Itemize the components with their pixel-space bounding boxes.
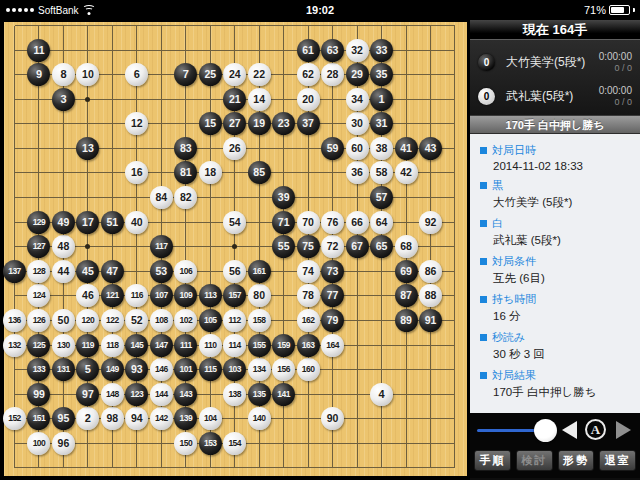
stone-white-110: 110 [199,334,222,357]
info-item-result: 対局結果 170手 白中押し勝ち [480,368,634,400]
stone-white-148: 148 [101,383,124,406]
stone-black-125: 125 [27,334,50,357]
stone-white-94: 94 [125,407,148,430]
stone-black-111: 111 [174,334,197,357]
stone-white-64: 64 [370,211,393,234]
stone-black-101: 101 [174,358,197,381]
stone-white-2: 2 [76,407,99,430]
stone-black-99: 99 [27,383,50,406]
star-point [85,97,90,102]
stone-white-154: 154 [223,432,246,455]
star-point [232,244,237,249]
stone-black-141: 141 [272,383,295,406]
stone-black-85: 85 [248,161,271,184]
stone-black-75: 75 [297,235,320,258]
player-row-white: 0 武礼葉(5段*) 0:00:00 0 / 0 [478,79,632,113]
stone-white-134: 134 [248,358,271,381]
info-item-white: 白 武礼葉 (5段*) [480,216,634,248]
stone-white-62: 62 [297,63,320,86]
stone-white-30: 30 [346,112,369,135]
black-stone-capture-badge: 0 [478,54,495,71]
stone-white-12: 12 [125,112,148,135]
stone-black-89: 89 [395,309,418,332]
review-button: 検討 [516,450,553,471]
stone-black-35: 35 [370,63,393,86]
stone-black-105: 105 [199,309,222,332]
white-player-name: 武礼葉(5段*) [506,88,599,105]
info-item-conditions: 対局条件 互先 (6目) [480,254,634,286]
stone-white-8: 8 [52,63,75,86]
stone-black-71: 71 [272,211,295,234]
stone-white-108: 108 [150,309,173,332]
stone-black-103: 103 [223,358,246,381]
stone-white-66: 66 [346,211,369,234]
stone-black-79: 79 [321,309,344,332]
stone-black-113: 113 [199,284,222,307]
stone-black-51: 51 [101,211,124,234]
go-board[interactable]: 1234567891011121314151617181920212223242… [4,22,467,476]
stone-white-90: 90 [321,407,344,430]
leave-room-button[interactable]: 退室 [599,450,636,471]
stone-black-43: 43 [419,137,442,160]
stone-white-28: 28 [321,63,344,86]
stone-white-118: 118 [101,334,124,357]
move-counter-header: 現在 164手 [470,20,640,40]
stone-black-45: 45 [76,260,99,283]
stone-white-116: 116 [125,284,148,307]
stone-black-15: 15 [199,112,222,135]
stone-black-139: 139 [174,407,197,430]
bullet-icon [480,147,487,154]
stone-white-40: 40 [125,211,148,234]
stone-white-82: 82 [174,186,197,209]
grid-line-h [15,467,455,468]
stone-white-98: 98 [101,407,124,430]
status-bar: SoftBank 19:02 71% [0,0,640,20]
stone-black-9: 9 [27,63,50,86]
stone-white-56: 56 [223,260,246,283]
stone-white-130: 130 [52,334,75,357]
stone-white-120: 120 [76,309,99,332]
stone-black-47: 47 [101,260,124,283]
stone-black-49: 49 [52,211,75,234]
bullet-icon [480,334,487,341]
clock-label: 19:02 [0,0,640,20]
stone-black-73: 73 [321,260,344,283]
stone-white-16: 16 [125,161,148,184]
info-value: 2014-11-02 18:33 [480,160,634,172]
white-time-periods: 0 / 0 [599,97,632,107]
stone-black-57: 57 [370,186,393,209]
stone-black-69: 69 [395,260,418,283]
stone-black-117: 117 [150,235,173,258]
stone-white-164: 164 [321,334,344,357]
stone-white-88: 88 [419,284,442,307]
stone-white-4: 4 [370,383,393,406]
stone-white-84: 84 [150,186,173,209]
stone-black-91: 91 [419,309,442,332]
info-label: 対局条件 [492,254,536,269]
stone-black-1: 1 [370,88,393,111]
stone-white-46: 46 [76,284,99,307]
score-estimate-button[interactable]: 形勢 [558,450,595,471]
stone-white-138: 138 [223,383,246,406]
stone-white-78: 78 [297,284,320,307]
stone-white-132: 132 [3,334,26,357]
info-item-date: 対局日時 2014-11-02 18:33 [480,143,634,172]
info-item-byoyomi: 秒読み 30 秒 3 回 [480,330,634,362]
player-list: 0 大竹美学(5段*) 0:00:00 0 / 0 0 武礼葉(5段*) 0:0… [470,40,640,115]
stone-white-158: 158 [248,309,271,332]
stone-black-19: 19 [248,112,271,135]
bullet-icon [480,258,487,265]
stone-white-156: 156 [272,358,295,381]
bullet-icon [480,182,487,189]
stone-white-6: 6 [125,63,148,86]
stone-black-61: 61 [297,39,320,62]
stone-black-39: 39 [272,186,295,209]
stone-black-59: 59 [321,137,344,160]
stone-white-38: 38 [370,137,393,160]
info-value: 大竹美学 (5段*) [480,195,634,210]
stone-black-63: 63 [321,39,344,62]
stone-black-159: 159 [272,334,295,357]
info-label: 黒 [492,178,503,193]
stone-white-74: 74 [297,260,320,283]
stone-black-157: 157 [223,284,246,307]
stone-black-153: 153 [199,432,222,455]
stone-black-161: 161 [248,260,271,283]
stone-black-95: 95 [52,407,75,430]
stone-black-129: 129 [27,211,50,234]
stone-black-127: 127 [27,235,50,258]
stone-black-93: 93 [125,358,148,381]
stone-white-160: 160 [297,358,320,381]
black-time-main: 0:00:00 [599,51,632,63]
stone-white-26: 26 [223,137,246,160]
stone-white-14: 14 [248,88,271,111]
stone-white-144: 144 [150,383,173,406]
stone-white-112: 112 [223,309,246,332]
battery-nub-icon [633,8,635,12]
bullet-icon [480,296,487,303]
stone-white-128: 128 [27,260,50,283]
stone-black-163: 163 [297,334,320,357]
stone-black-3: 3 [52,88,75,111]
stone-white-70: 70 [297,211,320,234]
stone-black-155: 155 [248,334,271,357]
stone-white-162: 162 [297,309,320,332]
black-time-periods: 0 / 0 [599,63,632,73]
stone-black-77: 77 [321,284,344,307]
prev-move-button[interactable] [562,421,577,439]
black-player-name: 大竹美学(5段*) [506,54,599,71]
stone-white-102: 102 [174,309,197,332]
stone-white-54: 54 [223,211,246,234]
stone-black-135: 135 [248,383,271,406]
black-player-time: 0:00:00 0 / 0 [599,51,632,73]
info-value: 互先 (6目) [480,271,634,286]
white-player-time: 0:00:00 0 / 0 [599,85,632,107]
stone-white-76: 76 [321,211,344,234]
stone-black-41: 41 [395,137,418,160]
stone-black-147: 147 [150,334,173,357]
stone-black-33: 33 [370,39,393,62]
stone-black-131: 131 [52,358,75,381]
stone-white-36: 36 [346,161,369,184]
stone-black-67: 67 [346,235,369,258]
grid-line-v [454,26,455,468]
result-banner: 170手 白中押し勝ち [470,115,640,134]
stone-black-121: 121 [101,284,124,307]
info-label: 対局結果 [492,368,536,383]
stone-white-142: 142 [150,407,173,430]
stone-black-87: 87 [395,284,418,307]
stone-black-25: 25 [199,63,222,86]
info-value: 16 分 [480,309,634,324]
stone-black-143: 143 [174,383,197,406]
stone-black-151: 151 [27,407,50,430]
next-move-button[interactable] [616,421,631,439]
stone-black-65: 65 [370,235,393,258]
stone-white-140: 140 [248,407,271,430]
stone-black-83: 83 [174,137,197,160]
stone-black-31: 31 [370,112,393,135]
white-time-main: 0:00:00 [599,85,632,97]
move-slider-knob[interactable] [534,419,557,442]
stone-white-68: 68 [395,235,418,258]
stone-black-17: 17 [76,211,99,234]
stone-white-150: 150 [174,432,197,455]
stone-white-48: 48 [52,235,75,258]
stone-white-106: 106 [174,260,197,283]
stone-white-114: 114 [223,334,246,357]
stone-white-42: 42 [395,161,418,184]
moves-button[interactable]: 手順 [474,450,511,471]
stone-black-27: 27 [223,112,246,135]
stone-black-137: 137 [3,260,26,283]
player-row-black: 0 大竹美学(5段*) 0:00:00 0 / 0 [478,45,632,79]
stone-white-44: 44 [52,260,75,283]
stone-white-136: 136 [3,309,26,332]
info-item-main-time: 持ち時間 16 分 [480,292,634,324]
stone-black-109: 109 [174,284,197,307]
stone-black-29: 29 [346,63,369,86]
side-panel: 現在 164手 0 大竹美学(5段*) 0:00:00 0 / 0 0 武礼葉(… [470,20,640,480]
battery-percent-label: 71% [584,4,606,16]
info-item-black: 黒 大竹美学 (5段*) [480,178,634,210]
info-label: 秒読み [492,330,525,345]
info-value: 170手 白中押し勝ち [480,385,634,400]
stone-black-115: 115 [199,358,222,381]
stone-white-52: 52 [125,309,148,332]
battery-icon [609,5,630,15]
stone-white-58: 58 [370,161,393,184]
stone-white-24: 24 [223,63,246,86]
stone-white-72: 72 [321,235,344,258]
stone-black-149: 149 [101,358,124,381]
stone-white-92: 92 [419,211,442,234]
info-label: 持ち時間 [492,292,536,307]
stone-white-104: 104 [199,407,222,430]
star-point [85,244,90,249]
stone-white-152: 152 [3,407,26,430]
stone-white-18: 18 [199,161,222,184]
info-value: 武礼葉 (5段*) [480,233,634,248]
stone-white-34: 34 [346,88,369,111]
stone-black-37: 37 [297,112,320,135]
white-stone-capture-badge: 0 [478,88,495,105]
stone-white-50: 50 [52,309,75,332]
stone-black-119: 119 [76,334,99,357]
stone-black-97: 97 [76,383,99,406]
stone-white-96: 96 [52,432,75,455]
stone-white-22: 22 [248,63,271,86]
stone-black-7: 7 [174,63,197,86]
bottom-button-bar: 手順 検討 形勢 退室 [474,450,636,471]
stone-white-146: 146 [150,358,173,381]
stone-white-86: 86 [419,260,442,283]
auto-play-button[interactable]: A [585,419,606,440]
stone-white-126: 126 [27,309,50,332]
status-right: 71% [584,0,635,20]
bullet-icon [480,372,487,379]
stone-black-53: 53 [150,260,173,283]
info-label: 白 [492,216,503,231]
stone-white-10: 10 [76,63,99,86]
stone-black-13: 13 [76,137,99,160]
stone-black-123: 123 [125,383,148,406]
stone-white-20: 20 [297,88,320,111]
stone-white-80: 80 [248,284,271,307]
bullet-icon [480,220,487,227]
stone-black-21: 21 [223,88,246,111]
stone-white-60: 60 [346,137,369,160]
stone-white-124: 124 [27,284,50,307]
stone-black-55: 55 [272,235,295,258]
stone-black-23: 23 [272,112,295,135]
stone-black-5: 5 [76,358,99,381]
stone-white-100: 100 [27,432,50,455]
stone-black-145: 145 [125,334,148,357]
playback-controls: A 手順 検討 形勢 退室 [470,413,640,478]
game-info-list: 対局日時 2014-11-02 18:33 黒 大竹美学 (5段*) 白 武礼葉… [470,134,640,413]
move-slider-track[interactable] [477,429,541,432]
stone-black-107: 107 [150,284,173,307]
stone-black-11: 11 [27,39,50,62]
stone-white-32: 32 [346,39,369,62]
info-value: 30 秒 3 回 [480,347,634,362]
info-label: 対局日時 [492,143,536,158]
stone-black-133: 133 [27,358,50,381]
stone-white-122: 122 [101,309,124,332]
app-screen: SoftBank 19:02 71% 123456789101112131415… [0,0,640,480]
grid-line-v [430,26,431,468]
stone-black-81: 81 [174,161,197,184]
